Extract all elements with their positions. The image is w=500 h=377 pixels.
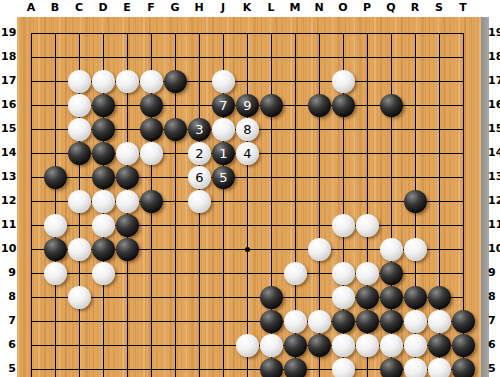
stone-B9 bbox=[44, 262, 67, 285]
stone-J15 bbox=[212, 118, 235, 141]
go-board-screenshot: ABCDEFGHJKLMNOPQRST191918181717161615151… bbox=[0, 0, 500, 377]
stone-D13 bbox=[92, 166, 115, 189]
stone-N10 bbox=[308, 238, 331, 261]
row-label-right-15: 15 bbox=[488, 122, 500, 136]
stone-Q9 bbox=[380, 262, 403, 285]
row-label-right-6: 6 bbox=[488, 338, 500, 352]
stone-Q7 bbox=[380, 310, 403, 333]
stone-R12 bbox=[404, 190, 427, 213]
stone-P7 bbox=[356, 310, 379, 333]
row-label-left-13: 13 bbox=[1, 170, 16, 184]
stone-B13 bbox=[44, 166, 67, 189]
row-label-left-12: 12 bbox=[1, 194, 16, 208]
stone-M7 bbox=[284, 310, 307, 333]
row-label-right-11: 11 bbox=[488, 218, 500, 232]
stone-G17 bbox=[164, 70, 187, 93]
stone-O9 bbox=[332, 262, 355, 285]
row-label-right-17: 17 bbox=[488, 74, 500, 88]
stone-Q10 bbox=[380, 238, 403, 261]
grid-hline-18 bbox=[31, 57, 464, 58]
row-label-right-19: 19 bbox=[488, 26, 500, 40]
stone-T6 bbox=[452, 334, 475, 357]
stone-D17 bbox=[92, 70, 115, 93]
stone-C16 bbox=[68, 94, 91, 117]
stone-J17 bbox=[212, 70, 235, 93]
stone-E14 bbox=[116, 142, 139, 165]
row-label-left-15: 15 bbox=[1, 122, 16, 136]
stone-S6 bbox=[428, 334, 451, 357]
col-label-N: N bbox=[307, 1, 331, 15]
col-label-T: T bbox=[451, 1, 475, 15]
move-8-stone-K15: 8 bbox=[236, 118, 259, 141]
row-label-right-16: 16 bbox=[488, 98, 500, 112]
row-label-right-12: 12 bbox=[488, 194, 500, 208]
stone-D14 bbox=[92, 142, 115, 165]
move-6-stone-H13: 6 bbox=[188, 166, 211, 189]
stone-D12 bbox=[92, 190, 115, 213]
stone-D10 bbox=[92, 238, 115, 261]
stone-S5 bbox=[428, 358, 451, 377]
stone-N6 bbox=[308, 334, 331, 357]
stone-C17 bbox=[68, 70, 91, 93]
col-label-J: J bbox=[211, 1, 235, 15]
stone-L8 bbox=[260, 286, 283, 309]
stone-O17 bbox=[332, 70, 355, 93]
col-label-R: R bbox=[403, 1, 427, 15]
stone-C10 bbox=[68, 238, 91, 261]
stone-H12 bbox=[188, 190, 211, 213]
stone-P9 bbox=[356, 262, 379, 285]
col-label-L: L bbox=[259, 1, 283, 15]
row-label-right-13: 13 bbox=[488, 170, 500, 184]
stone-P11 bbox=[356, 214, 379, 237]
stone-Q5 bbox=[380, 358, 403, 377]
stone-L6 bbox=[260, 334, 283, 357]
col-label-D: D bbox=[91, 1, 115, 15]
stone-T5 bbox=[452, 358, 475, 377]
stone-D15 bbox=[92, 118, 115, 141]
star-point-K10 bbox=[245, 247, 250, 252]
row-label-left-8: 8 bbox=[1, 290, 16, 304]
row-label-left-7: 7 bbox=[1, 314, 16, 328]
stone-O7 bbox=[332, 310, 355, 333]
stone-S8 bbox=[428, 286, 451, 309]
stone-E17 bbox=[116, 70, 139, 93]
row-label-left-18: 18 bbox=[1, 50, 16, 64]
stone-C14 bbox=[68, 142, 91, 165]
row-label-left-19: 19 bbox=[1, 26, 16, 40]
stone-E11 bbox=[116, 214, 139, 237]
stone-Q6 bbox=[380, 334, 403, 357]
grid-vline-K bbox=[247, 33, 248, 377]
stone-D9 bbox=[92, 262, 115, 285]
stone-G15 bbox=[164, 118, 187, 141]
stone-N7 bbox=[308, 310, 331, 333]
col-label-P: P bbox=[355, 1, 379, 15]
row-label-left-17: 17 bbox=[1, 74, 16, 88]
col-label-O: O bbox=[331, 1, 355, 15]
move-7-stone-J16: 7 bbox=[212, 94, 235, 117]
row-label-left-9: 9 bbox=[1, 266, 16, 280]
stone-R6 bbox=[404, 334, 427, 357]
stone-L7 bbox=[260, 310, 283, 333]
stone-F15 bbox=[140, 118, 163, 141]
stone-Q16 bbox=[380, 94, 403, 117]
move-3-stone-H15: 3 bbox=[188, 118, 211, 141]
col-label-E: E bbox=[115, 1, 139, 15]
col-label-S: S bbox=[427, 1, 451, 15]
col-label-G: G bbox=[163, 1, 187, 15]
stone-D16 bbox=[92, 94, 115, 117]
stone-P6 bbox=[356, 334, 379, 357]
stone-O8 bbox=[332, 286, 355, 309]
stone-C12 bbox=[68, 190, 91, 213]
row-label-left-10: 10 bbox=[1, 242, 16, 256]
stone-O6 bbox=[332, 334, 355, 357]
row-label-left-11: 11 bbox=[1, 218, 16, 232]
stone-R7 bbox=[404, 310, 427, 333]
stone-R8 bbox=[404, 286, 427, 309]
row-label-right-14: 14 bbox=[488, 146, 500, 160]
row-label-left-14: 14 bbox=[1, 146, 16, 160]
stone-O16 bbox=[332, 94, 355, 117]
move-5-stone-J13: 5 bbox=[212, 166, 235, 189]
stone-D11 bbox=[92, 214, 115, 237]
row-label-right-18: 18 bbox=[488, 50, 500, 64]
stone-P8 bbox=[356, 286, 379, 309]
stone-F12 bbox=[140, 190, 163, 213]
row-label-right-7: 7 bbox=[488, 314, 500, 328]
col-label-B: B bbox=[43, 1, 67, 15]
row-label-left-16: 16 bbox=[1, 98, 16, 112]
col-label-C: C bbox=[67, 1, 91, 15]
stone-F14 bbox=[140, 142, 163, 165]
stone-F16 bbox=[140, 94, 163, 117]
col-label-H: H bbox=[187, 1, 211, 15]
stone-E10 bbox=[116, 238, 139, 261]
stone-E12 bbox=[116, 190, 139, 213]
row-label-right-8: 8 bbox=[488, 290, 500, 304]
col-label-A: A bbox=[19, 1, 43, 15]
stone-B10 bbox=[44, 238, 67, 261]
stone-N16 bbox=[308, 94, 331, 117]
col-label-F: F bbox=[139, 1, 163, 15]
row-label-right-5: 5 bbox=[488, 362, 500, 376]
stone-L16 bbox=[260, 94, 283, 117]
move-1-stone-J14: 1 bbox=[212, 142, 235, 165]
grid-vline-B bbox=[55, 33, 56, 377]
stone-C15 bbox=[68, 118, 91, 141]
stone-T7 bbox=[452, 310, 475, 333]
col-label-Q: Q bbox=[379, 1, 403, 15]
row-label-left-6: 6 bbox=[1, 338, 16, 352]
stone-R5 bbox=[404, 358, 427, 377]
stone-S7 bbox=[428, 310, 451, 333]
row-label-right-10: 10 bbox=[488, 242, 500, 256]
stone-B11 bbox=[44, 214, 67, 237]
grid-hline-19 bbox=[31, 33, 464, 34]
col-label-K: K bbox=[235, 1, 259, 15]
stone-K6 bbox=[236, 334, 259, 357]
stone-O5 bbox=[332, 358, 355, 377]
grid-vline-A bbox=[31, 33, 32, 377]
stone-C8 bbox=[68, 286, 91, 309]
move-9-stone-K16: 9 bbox=[236, 94, 259, 117]
stone-M6 bbox=[284, 334, 307, 357]
stone-L5 bbox=[260, 358, 283, 377]
col-label-M: M bbox=[283, 1, 307, 15]
stone-M5 bbox=[284, 358, 307, 377]
stone-F17 bbox=[140, 70, 163, 93]
move-2-stone-H14: 2 bbox=[188, 142, 211, 165]
move-4-stone-K14: 4 bbox=[236, 142, 259, 165]
stone-M9 bbox=[284, 262, 307, 285]
stone-O11 bbox=[332, 214, 355, 237]
stone-R10 bbox=[404, 238, 427, 261]
row-label-right-9: 9 bbox=[488, 266, 500, 280]
row-label-left-5: 5 bbox=[1, 362, 16, 376]
stone-E13 bbox=[116, 166, 139, 189]
stone-Q8 bbox=[380, 286, 403, 309]
